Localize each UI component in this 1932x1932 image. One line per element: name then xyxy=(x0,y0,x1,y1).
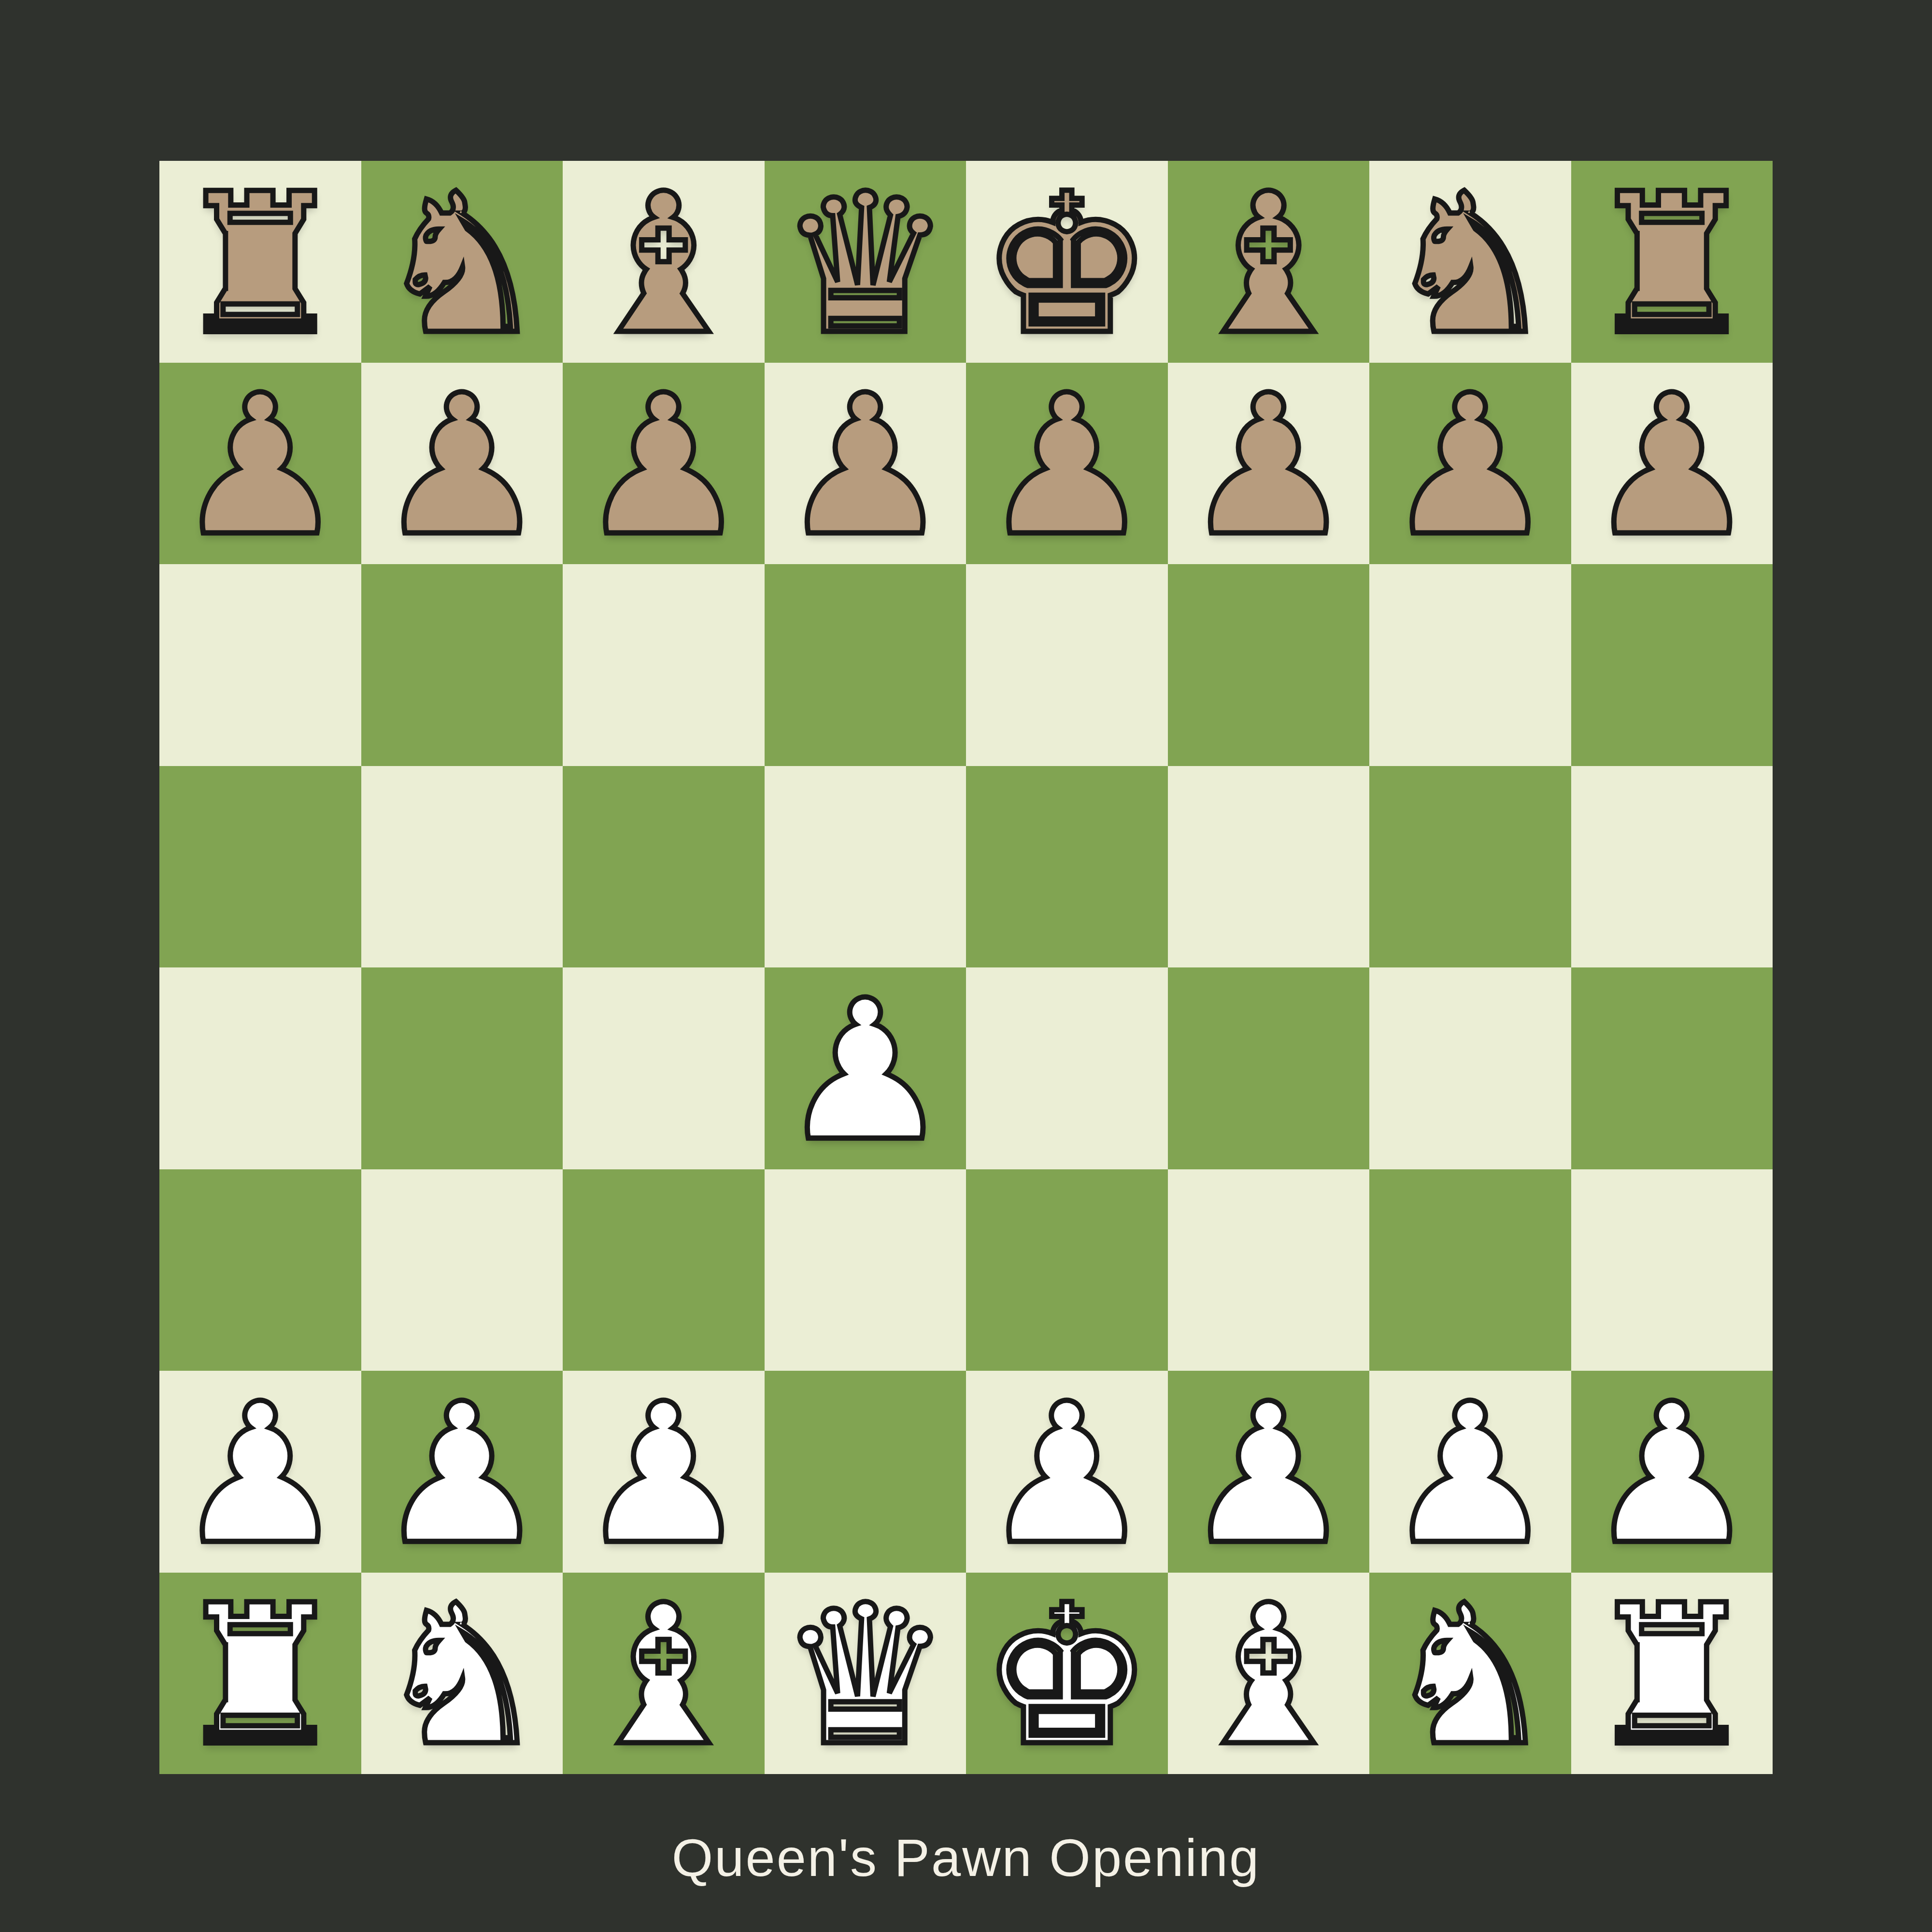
square-a2[interactable]: ♟ xyxy=(159,1371,361,1573)
square-e5[interactable] xyxy=(966,766,1168,968)
black-pawn[interactable]: ♟ xyxy=(375,369,549,563)
square-h6[interactable] xyxy=(1571,564,1773,766)
square-f3[interactable] xyxy=(1168,1169,1370,1371)
square-a7[interactable]: ♟ xyxy=(159,363,361,565)
square-a8[interactable]: ♜ xyxy=(159,161,361,363)
square-d8[interactable]: ♛ xyxy=(765,161,966,363)
white-pawn[interactable]: ♟ xyxy=(980,1378,1153,1571)
square-e4[interactable] xyxy=(966,967,1168,1169)
square-h1[interactable]: ♜ xyxy=(1571,1573,1773,1775)
black-queen[interactable]: ♛ xyxy=(779,168,952,361)
black-pawn[interactable]: ♟ xyxy=(779,369,952,563)
black-knight[interactable]: ♞ xyxy=(375,168,549,361)
square-a5[interactable] xyxy=(159,766,361,968)
white-pawn[interactable]: ♟ xyxy=(1383,1378,1557,1571)
square-f5[interactable] xyxy=(1168,766,1370,968)
white-pawn[interactable]: ♟ xyxy=(577,1378,750,1571)
square-b5[interactable] xyxy=(361,766,563,968)
square-b6[interactable] xyxy=(361,564,563,766)
square-g2[interactable]: ♟ xyxy=(1369,1371,1571,1573)
square-c6[interactable] xyxy=(563,564,765,766)
white-knight[interactable]: ♞ xyxy=(1383,1579,1557,1773)
white-pawn[interactable]: ♟ xyxy=(1585,1378,1759,1571)
square-c1[interactable]: ♝ xyxy=(563,1573,765,1775)
chess-board: ♜♞♝♛♚♝♞♜♟♟♟♟♟♟♟♟♟♟♟♟♟♟♟♟♜♞♝♛♚♝♞♜ xyxy=(159,161,1773,1774)
square-d1[interactable]: ♛ xyxy=(765,1573,966,1775)
square-f6[interactable] xyxy=(1168,564,1370,766)
black-rook[interactable]: ♜ xyxy=(1585,168,1759,361)
square-h2[interactable]: ♟ xyxy=(1571,1371,1773,1573)
square-e8[interactable]: ♚ xyxy=(966,161,1168,363)
square-c5[interactable] xyxy=(563,766,765,968)
square-f8[interactable]: ♝ xyxy=(1168,161,1370,363)
square-h8[interactable]: ♜ xyxy=(1571,161,1773,363)
square-f4[interactable] xyxy=(1168,967,1370,1169)
white-pawn[interactable]: ♟ xyxy=(375,1378,549,1571)
square-g6[interactable] xyxy=(1369,564,1571,766)
opening-name-caption: Queen's Pawn Opening xyxy=(0,1827,1932,1888)
square-e2[interactable]: ♟ xyxy=(966,1371,1168,1573)
square-c8[interactable]: ♝ xyxy=(563,161,765,363)
square-e3[interactable] xyxy=(966,1169,1168,1371)
square-d7[interactable]: ♟ xyxy=(765,363,966,565)
square-f7[interactable]: ♟ xyxy=(1168,363,1370,565)
white-rook[interactable]: ♜ xyxy=(173,1579,347,1773)
square-b7[interactable]: ♟ xyxy=(361,363,563,565)
black-pawn[interactable]: ♟ xyxy=(577,369,750,563)
white-bishop[interactable]: ♝ xyxy=(1182,1579,1355,1773)
white-pawn[interactable]: ♟ xyxy=(173,1378,347,1571)
black-bishop[interactable]: ♝ xyxy=(577,168,750,361)
square-g7[interactable]: ♟ xyxy=(1369,363,1571,565)
black-pawn[interactable]: ♟ xyxy=(1383,369,1557,563)
square-g5[interactable] xyxy=(1369,766,1571,968)
square-e1[interactable]: ♚ xyxy=(966,1573,1168,1775)
square-d2[interactable] xyxy=(765,1371,966,1573)
black-rook[interactable]: ♜ xyxy=(173,168,347,361)
square-a1[interactable]: ♜ xyxy=(159,1573,361,1775)
square-d4[interactable]: ♟ xyxy=(765,967,966,1169)
square-h5[interactable] xyxy=(1571,766,1773,968)
black-king[interactable]: ♚ xyxy=(980,168,1153,361)
white-pawn[interactable]: ♟ xyxy=(779,975,952,1168)
square-f2[interactable]: ♟ xyxy=(1168,1371,1370,1573)
square-h3[interactable] xyxy=(1571,1169,1773,1371)
square-h4[interactable] xyxy=(1571,967,1773,1169)
white-knight[interactable]: ♞ xyxy=(375,1579,549,1773)
square-b8[interactable]: ♞ xyxy=(361,161,563,363)
square-h7[interactable]: ♟ xyxy=(1571,363,1773,565)
square-d6[interactable] xyxy=(765,564,966,766)
black-knight[interactable]: ♞ xyxy=(1383,168,1557,361)
white-queen[interactable]: ♛ xyxy=(779,1579,952,1773)
square-c2[interactable]: ♟ xyxy=(563,1371,765,1573)
black-pawn[interactable]: ♟ xyxy=(173,369,347,563)
square-e7[interactable]: ♟ xyxy=(966,363,1168,565)
square-b2[interactable]: ♟ xyxy=(361,1371,563,1573)
square-g4[interactable] xyxy=(1369,967,1571,1169)
white-pawn[interactable]: ♟ xyxy=(1182,1378,1355,1571)
square-b1[interactable]: ♞ xyxy=(361,1573,563,1775)
square-g8[interactable]: ♞ xyxy=(1369,161,1571,363)
square-g3[interactable] xyxy=(1369,1169,1571,1371)
black-bishop[interactable]: ♝ xyxy=(1182,168,1355,361)
square-b3[interactable] xyxy=(361,1169,563,1371)
square-b4[interactable] xyxy=(361,967,563,1169)
square-e6[interactable] xyxy=(966,564,1168,766)
square-c7[interactable]: ♟ xyxy=(563,363,765,565)
white-rook[interactable]: ♜ xyxy=(1585,1579,1759,1773)
square-a3[interactable] xyxy=(159,1169,361,1371)
square-a4[interactable] xyxy=(159,967,361,1169)
black-pawn[interactable]: ♟ xyxy=(1585,369,1759,563)
square-d5[interactable] xyxy=(765,766,966,968)
square-a6[interactable] xyxy=(159,564,361,766)
black-pawn[interactable]: ♟ xyxy=(980,369,1153,563)
square-f1[interactable]: ♝ xyxy=(1168,1573,1370,1775)
black-pawn[interactable]: ♟ xyxy=(1182,369,1355,563)
white-king[interactable]: ♚ xyxy=(980,1579,1153,1773)
white-bishop[interactable]: ♝ xyxy=(577,1579,750,1773)
square-g1[interactable]: ♞ xyxy=(1369,1573,1571,1775)
square-d3[interactable] xyxy=(765,1169,966,1371)
square-c4[interactable] xyxy=(563,967,765,1169)
square-c3[interactable] xyxy=(563,1169,765,1371)
